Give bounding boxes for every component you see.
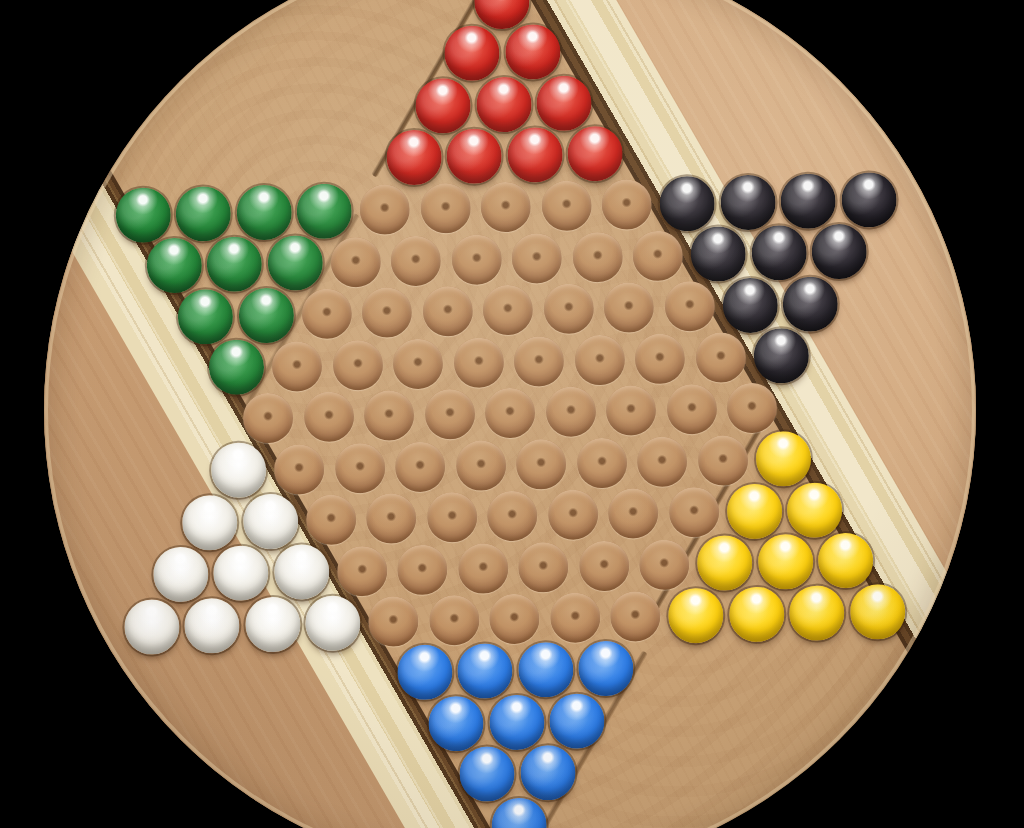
- hole-r6c7[interactable]: [511, 232, 562, 283]
- marble-red-r3c2[interactable]: [475, 76, 531, 132]
- marble-red-r4c3[interactable]: [507, 127, 563, 183]
- hole-r11c4[interactable]: [366, 493, 417, 544]
- marble-red-r2c1[interactable]: [444, 25, 500, 81]
- marble-yellow-r12c11[interactable]: [757, 534, 813, 590]
- marble-green-r6c3[interactable]: [267, 235, 323, 291]
- hole-r5c7[interactable]: [480, 182, 531, 233]
- marble-green-r5c1[interactable]: [115, 187, 171, 243]
- hole-r12c7[interactable]: [518, 541, 569, 592]
- holes-and-marbles-layer: [0, 0, 1024, 828]
- marble-black-r6c12[interactable]: [811, 223, 867, 279]
- hole-r8c2[interactable]: [272, 340, 323, 391]
- hole-r7c6[interactable]: [482, 285, 533, 336]
- hole-r10c2[interactable]: [274, 443, 325, 494]
- marble-green-r7c1[interactable]: [177, 288, 233, 344]
- marble-black-r5c13[interactable]: [841, 171, 897, 227]
- hole-r9c7[interactable]: [605, 385, 656, 436]
- hole-r12c6[interactable]: [457, 543, 508, 594]
- marble-red-r1c1[interactable]: [473, 0, 529, 29]
- marble-blue-r14c2[interactable]: [457, 643, 513, 699]
- marble-black-r5c11[interactable]: [720, 174, 776, 230]
- hole-r10c9[interactable]: [697, 435, 748, 486]
- hole-r8c4[interactable]: [393, 338, 444, 389]
- hole-r9c6[interactable]: [545, 386, 596, 437]
- marble-black-r8c10[interactable]: [753, 328, 809, 384]
- marble-green-r5c3[interactable]: [236, 184, 292, 240]
- marble-green-r6c1[interactable]: [146, 237, 202, 293]
- marble-black-r6c11[interactable]: [751, 225, 807, 281]
- hole-r8c8[interactable]: [635, 333, 686, 384]
- marble-green-r5c4[interactable]: [296, 183, 352, 239]
- hole-r8c3[interactable]: [332, 339, 383, 390]
- marble-red-r3c3[interactable]: [536, 75, 592, 131]
- hole-r7c9[interactable]: [664, 281, 715, 332]
- marble-green-r7c2[interactable]: [238, 287, 294, 343]
- marble-blue-r15c1[interactable]: [428, 695, 484, 751]
- hole-r13c6[interactable]: [428, 595, 479, 646]
- hole-r12c4[interactable]: [337, 545, 388, 596]
- hole-r9c5[interactable]: [484, 387, 535, 438]
- marble-black-r5c12[interactable]: [780, 173, 836, 229]
- hole-r5c8[interactable]: [541, 180, 592, 231]
- hole-r6c4[interactable]: [330, 236, 381, 287]
- marble-white-r11c2[interactable]: [242, 493, 298, 549]
- marble-black-r7c10[interactable]: [722, 277, 778, 333]
- hole-r10c5[interactable]: [455, 440, 506, 491]
- hole-r6c8[interactable]: [572, 231, 623, 282]
- hole-r11c5[interactable]: [426, 492, 477, 543]
- hole-r10c7[interactable]: [576, 437, 627, 488]
- marble-red-r4c2[interactable]: [446, 128, 502, 184]
- hole-r12c5[interactable]: [397, 544, 448, 595]
- marble-yellow-r13c10[interactable]: [668, 587, 724, 643]
- hole-r13c5[interactable]: [368, 596, 419, 647]
- marble-red-r2c2[interactable]: [505, 24, 561, 80]
- hole-r10c8[interactable]: [637, 436, 688, 487]
- hole-r11c9[interactable]: [668, 487, 719, 538]
- hole-r13c8[interactable]: [549, 592, 600, 643]
- hole-r10c3[interactable]: [334, 442, 385, 493]
- game-board: [0, 0, 1024, 828]
- hole-r7c5[interactable]: [422, 286, 473, 337]
- marble-green-r5c2[interactable]: [175, 185, 231, 241]
- marble-white-r13c1[interactable]: [123, 598, 179, 654]
- marble-black-r5c10[interactable]: [659, 175, 715, 231]
- marble-white-r13c2[interactable]: [184, 597, 240, 653]
- hole-r10c4[interactable]: [395, 441, 446, 492]
- hole-r9c9[interactable]: [726, 382, 777, 433]
- marble-white-r10c1[interactable]: [211, 442, 267, 498]
- hole-r12c9[interactable]: [639, 539, 690, 590]
- marble-blue-r15c2[interactable]: [488, 694, 544, 750]
- marble-red-r4c4[interactable]: [567, 126, 623, 182]
- marble-black-r6c10[interactable]: [690, 226, 746, 282]
- marble-white-r12c3[interactable]: [273, 544, 329, 600]
- hole-r11c8[interactable]: [608, 488, 659, 539]
- marble-blue-r15c3[interactable]: [549, 693, 605, 749]
- marble-blue-r16c1[interactable]: [459, 746, 515, 802]
- marble-blue-r14c1[interactable]: [397, 644, 453, 700]
- hole-r10c6[interactable]: [516, 438, 567, 489]
- hole-r12c8[interactable]: [578, 540, 629, 591]
- hole-r11c3[interactable]: [305, 494, 356, 545]
- marble-white-r13c3[interactable]: [244, 596, 300, 652]
- hole-r9c4[interactable]: [424, 389, 475, 440]
- marble-yellow-r12c12[interactable]: [818, 532, 874, 588]
- marble-white-r11c1[interactable]: [182, 494, 238, 550]
- hole-r13c7[interactable]: [489, 593, 540, 644]
- hole-r5c5[interactable]: [359, 184, 410, 235]
- hole-r7c4[interactable]: [361, 287, 412, 338]
- marble-yellow-r11c10[interactable]: [726, 483, 782, 539]
- marble-yellow-r10c10[interactable]: [755, 431, 811, 487]
- hole-r11c6[interactable]: [487, 490, 538, 541]
- hole-r5c6[interactable]: [420, 183, 471, 234]
- hole-r6c5[interactable]: [391, 235, 442, 286]
- hole-r11c7[interactable]: [547, 489, 598, 540]
- marble-white-r13c4[interactable]: [305, 595, 361, 651]
- hole-r13c9[interactable]: [610, 591, 661, 642]
- marble-black-r7c11[interactable]: [782, 276, 838, 332]
- hole-r9c3[interactable]: [364, 390, 415, 441]
- marble-yellow-r13c13[interactable]: [849, 583, 905, 639]
- hole-r8c6[interactable]: [514, 335, 565, 386]
- marble-white-r12c2[interactable]: [213, 545, 269, 601]
- hole-r9c2[interactable]: [303, 391, 354, 442]
- marble-yellow-r13c12[interactable]: [789, 585, 845, 641]
- marble-yellow-r13c11[interactable]: [728, 586, 784, 642]
- hole-r8c5[interactable]: [453, 337, 504, 388]
- marble-white-r12c1[interactable]: [152, 546, 208, 602]
- marble-red-r4c1[interactable]: [386, 129, 442, 185]
- hole-r7c7[interactable]: [543, 283, 594, 334]
- marble-green-r6c2[interactable]: [207, 236, 263, 292]
- marble-red-r3c1[interactable]: [415, 77, 471, 133]
- hole-r6c9[interactable]: [632, 230, 683, 281]
- marble-blue-r16c2[interactable]: [520, 745, 576, 801]
- hole-r8c9[interactable]: [695, 332, 746, 383]
- marble-yellow-r11c11[interactable]: [787, 482, 843, 538]
- marble-yellow-r12c10[interactable]: [697, 535, 753, 591]
- marble-blue-r14c4[interactable]: [578, 640, 634, 696]
- hole-r8c7[interactable]: [574, 334, 625, 385]
- marble-blue-r14c3[interactable]: [518, 642, 574, 698]
- marble-green-r8c1[interactable]: [209, 339, 265, 395]
- hole-r9c8[interactable]: [666, 384, 717, 435]
- hole-r7c3[interactable]: [301, 288, 352, 339]
- hole-r7c8[interactable]: [603, 282, 654, 333]
- hole-r5c9[interactable]: [601, 179, 652, 230]
- hole-r9c1[interactable]: [243, 393, 294, 444]
- hole-r6c6[interactable]: [451, 234, 502, 285]
- marble-blue-r17c1[interactable]: [491, 797, 547, 828]
